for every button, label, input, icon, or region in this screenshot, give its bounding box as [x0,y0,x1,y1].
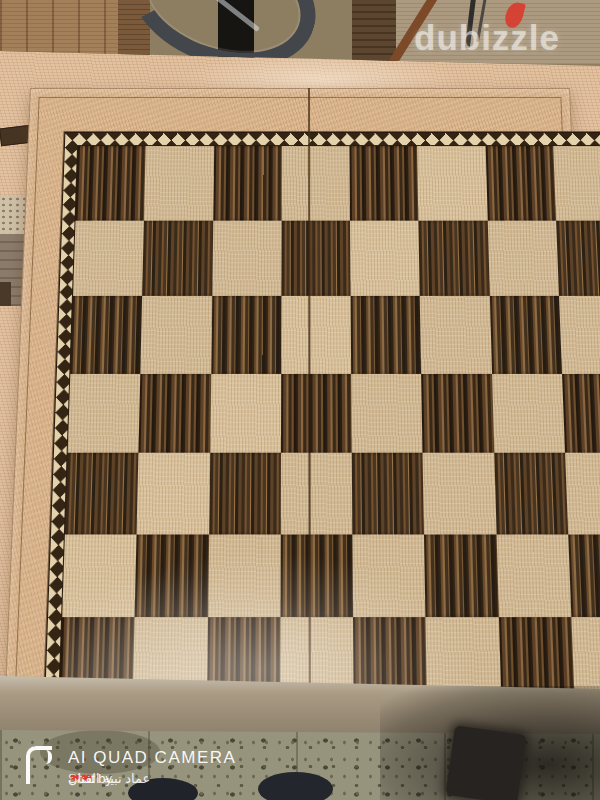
square-d7 [281,220,350,296]
camera-watermark: AI QUAD CAMERA Shot by ❤❤ عماد نبيه الفن… [26,744,346,796]
square-a4 [65,453,139,534]
square-h7 [556,220,600,296]
square-e8 [349,146,418,220]
square-g4 [494,453,568,534]
photo-scene: dubizzle AI QUAD CAMERA Shot by ❤❤ عماد … [0,0,600,800]
dubizzle-watermark: dubizzle [414,18,600,64]
chess-board [4,88,597,722]
square-f4 [423,453,496,534]
square-c6 [211,296,281,374]
square-f5 [421,373,493,452]
square-e4 [352,453,424,534]
realme-logo-icon [26,746,56,786]
square-e6 [351,296,422,374]
square-b6 [141,296,212,374]
square-h4 [565,453,600,534]
square-c3 [208,534,281,617]
square-g6 [489,296,561,374]
square-e5 [351,373,423,452]
square-d5 [281,373,352,452]
square-e3 [352,534,425,617]
square-a5 [68,373,141,452]
board-frame [4,88,597,722]
square-b7 [142,220,212,296]
square-d8 [281,146,350,220]
square-c7 [212,220,282,296]
square-f8 [417,146,487,220]
square-b5 [139,373,211,452]
square-b8 [144,146,214,220]
square-a8 [76,146,146,220]
square-g7 [487,220,559,296]
square-d6 [281,296,351,374]
square-b4 [137,453,210,534]
inlay-border [41,132,600,775]
square-a6 [70,296,142,374]
square-g3 [496,534,571,617]
square-b3 [135,534,209,617]
wood-plank [352,0,398,62]
square-f7 [419,220,490,296]
square-h8 [553,146,600,220]
square-h5 [562,373,600,452]
square-e7 [350,220,420,296]
dark-wood-offcut [0,282,11,306]
square-c8 [213,146,282,220]
square-d4 [281,453,353,534]
photographer-name: عماد نبيه الفنان [68,771,150,786]
square-f3 [424,534,498,617]
square-d3 [280,534,353,617]
square-c5 [210,373,281,452]
square-g8 [485,146,556,220]
square-c4 [209,453,281,534]
square-f6 [420,296,492,374]
square-a7 [73,220,144,296]
square-a3 [62,534,137,617]
table-leg-shadow [445,725,526,800]
square-h6 [559,296,600,374]
camera-watermark-title: AI QUAD CAMERA [68,748,236,768]
wood-planks [0,0,120,60]
square-h3 [568,534,600,617]
square-g5 [492,373,565,452]
